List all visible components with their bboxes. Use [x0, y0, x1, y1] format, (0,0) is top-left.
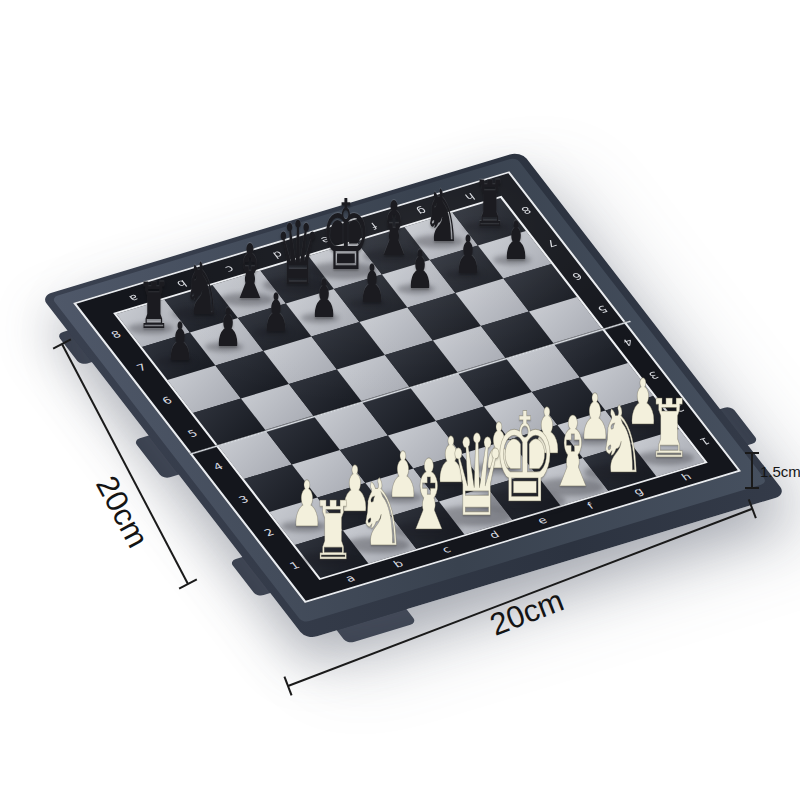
- dimension-line-height: [751, 452, 753, 489]
- dimension-label-front: 20cm: [485, 583, 569, 644]
- chessboard: 8877665544332211aabbccddeeffgghh: [73, 171, 741, 603]
- dimension-label-height: 1.5cm: [760, 463, 800, 480]
- product-photo: 8877665544332211aabbccddeeffgghh ♜♞♝♛♚♝♞…: [0, 0, 800, 800]
- dimension-label-side: 20cm: [88, 470, 155, 554]
